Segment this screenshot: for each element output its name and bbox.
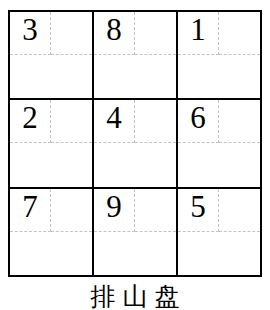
cell-quadrant-top-right xyxy=(135,100,176,143)
cell-bottom-half xyxy=(10,143,92,186)
cell-quadrant-top-right xyxy=(51,189,92,232)
page: 3 8 1 2 4 xyxy=(0,0,270,310)
cell-bottom-half xyxy=(94,55,176,98)
cell-bottom-half xyxy=(178,55,260,98)
cell-quadrant-top-left: 6 xyxy=(178,100,219,143)
board-cell-r2c2: 4 xyxy=(94,100,176,186)
cell-bottom-half xyxy=(178,143,260,186)
cell-number: 9 xyxy=(106,191,122,222)
cell-quadrant-top-left: 3 xyxy=(10,12,51,55)
cell-quadrant-top-left: 9 xyxy=(94,189,135,232)
cell-quadrant-top-left: 2 xyxy=(10,100,51,143)
board-cell-r1c2: 8 xyxy=(94,12,176,98)
board-cell-r2c3: 6 xyxy=(178,100,260,186)
cell-bottom-half xyxy=(94,232,176,275)
board-caption: 排山盘 xyxy=(0,280,270,310)
cell-quadrant-top-right xyxy=(219,189,260,232)
cell-quadrant-top-right xyxy=(51,12,92,55)
cell-quadrant-top-right xyxy=(219,100,260,143)
board-cell-r3c1: 7 xyxy=(10,189,92,275)
board-grid: 3 8 1 2 4 xyxy=(8,10,262,277)
cell-bottom-half xyxy=(10,55,92,98)
cell-number: 2 xyxy=(22,102,38,133)
cell-number: 7 xyxy=(22,191,38,222)
cell-bottom-half xyxy=(10,232,92,275)
cell-quadrant-top-right xyxy=(219,12,260,55)
cell-number: 3 xyxy=(22,14,38,45)
board-cell-r1c1: 3 xyxy=(10,12,92,98)
cell-quadrant-top-left: 5 xyxy=(178,189,219,232)
cell-quadrant-top-left: 4 xyxy=(94,100,135,143)
cell-bottom-half xyxy=(178,232,260,275)
cell-number: 8 xyxy=(106,14,122,45)
cell-number: 5 xyxy=(190,191,206,222)
board-cell-r2c1: 2 xyxy=(10,100,92,186)
cell-quadrant-top-right xyxy=(135,12,176,55)
board-cell-r3c3: 5 xyxy=(178,189,260,275)
cell-quadrant-top-left: 7 xyxy=(10,189,51,232)
board-cell-r3c2: 9 xyxy=(94,189,176,275)
board-cell-r1c3: 1 xyxy=(178,12,260,98)
cell-quadrant-top-right xyxy=(135,189,176,232)
cell-quadrant-top-left: 8 xyxy=(94,12,135,55)
cell-quadrant-top-left: 1 xyxy=(178,12,219,55)
cell-number: 4 xyxy=(106,102,122,133)
cell-bottom-half xyxy=(94,143,176,186)
cell-quadrant-top-right xyxy=(51,100,92,143)
cell-number: 6 xyxy=(190,102,206,133)
cell-number: 1 xyxy=(190,14,206,45)
